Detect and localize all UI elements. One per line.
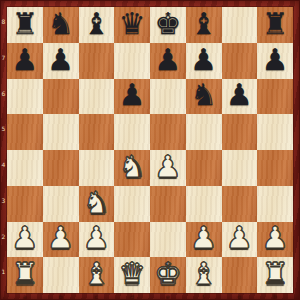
square-f6[interactable]: ♞	[186, 79, 222, 115]
chess-board: ♜♞♝♛♚♝♜♟♟♟♟♟♟♞♟♞♟♞♟♟♟♟♟♟♜♝♛♚♝♜	[7, 7, 293, 293]
white-pawn-icon: ♟	[154, 152, 181, 182]
square-e5[interactable]	[150, 114, 186, 150]
rank-label-3: 3	[0, 198, 7, 204]
white-bishop-icon: ♝	[190, 259, 217, 289]
white-pawn-icon: ♟	[47, 223, 74, 253]
square-g1[interactable]	[222, 257, 258, 293]
square-h8[interactable]: ♜	[257, 7, 293, 43]
black-bishop-icon: ♝	[190, 9, 217, 39]
black-pawn-icon: ♟	[47, 45, 74, 75]
black-bishop-icon: ♝	[83, 9, 110, 39]
square-f4[interactable]	[186, 150, 222, 186]
file-label-a: a	[7, 293, 43, 300]
square-g5[interactable]	[222, 114, 258, 150]
square-c2[interactable]: ♟	[79, 222, 115, 258]
square-f1[interactable]: ♝	[186, 257, 222, 293]
black-knight-icon: ♞	[190, 80, 217, 110]
rank-label-1: 1	[0, 269, 7, 275]
square-d1[interactable]: ♛	[114, 257, 150, 293]
square-h7[interactable]: ♟	[257, 43, 293, 79]
file-label-b: b	[43, 293, 79, 300]
square-h5[interactable]	[257, 114, 293, 150]
square-d2[interactable]	[114, 222, 150, 258]
white-king-icon: ♚	[154, 259, 181, 289]
black-queen-icon: ♛	[119, 9, 146, 39]
square-h1[interactable]: ♜	[257, 257, 293, 293]
square-a8[interactable]: ♜	[7, 7, 43, 43]
square-g3[interactable]	[222, 186, 258, 222]
file-label-f: f	[186, 293, 222, 300]
square-h4[interactable]	[257, 150, 293, 186]
square-a5[interactable]	[7, 114, 43, 150]
rank-label-7: 7	[0, 55, 7, 61]
file-label-e: e	[150, 293, 186, 300]
square-c5[interactable]	[79, 114, 115, 150]
white-rook-icon: ♜	[262, 259, 289, 289]
square-e4[interactable]: ♟	[150, 150, 186, 186]
square-g7[interactable]	[222, 43, 258, 79]
black-pawn-icon: ♟	[226, 80, 253, 110]
white-knight-icon: ♞	[83, 188, 110, 218]
square-e7[interactable]: ♟	[150, 43, 186, 79]
rank-label-8: 8	[0, 19, 7, 25]
square-a3[interactable]	[7, 186, 43, 222]
black-king-icon: ♚	[154, 9, 181, 39]
square-c6[interactable]	[79, 79, 115, 115]
square-e1[interactable]: ♚	[150, 257, 186, 293]
file-label-c: c	[79, 293, 115, 300]
square-b7[interactable]: ♟	[43, 43, 79, 79]
square-e2[interactable]	[150, 222, 186, 258]
black-pawn-icon: ♟	[11, 45, 38, 75]
square-g6[interactable]: ♟	[222, 79, 258, 115]
square-a1[interactable]: ♜	[7, 257, 43, 293]
square-a7[interactable]: ♟	[7, 43, 43, 79]
white-pawn-icon: ♟	[11, 223, 38, 253]
square-b6[interactable]	[43, 79, 79, 115]
square-d7[interactable]	[114, 43, 150, 79]
square-a2[interactable]: ♟	[7, 222, 43, 258]
rank-label-6: 6	[0, 91, 7, 97]
white-bishop-icon: ♝	[83, 259, 110, 289]
square-c4[interactable]	[79, 150, 115, 186]
square-d6[interactable]: ♟	[114, 79, 150, 115]
square-f3[interactable]	[186, 186, 222, 222]
square-d4[interactable]: ♞	[114, 150, 150, 186]
square-b4[interactable]	[43, 150, 79, 186]
square-f2[interactable]: ♟	[186, 222, 222, 258]
square-f7[interactable]: ♟	[186, 43, 222, 79]
square-g2[interactable]: ♟	[222, 222, 258, 258]
square-a4[interactable]	[7, 150, 43, 186]
square-b1[interactable]	[43, 257, 79, 293]
square-b8[interactable]: ♞	[43, 7, 79, 43]
square-d8[interactable]: ♛	[114, 7, 150, 43]
white-pawn-icon: ♟	[190, 223, 217, 253]
square-f8[interactable]: ♝	[186, 7, 222, 43]
square-c8[interactable]: ♝	[79, 7, 115, 43]
square-b2[interactable]: ♟	[43, 222, 79, 258]
white-pawn-icon: ♟	[226, 223, 253, 253]
file-label-h: h	[257, 293, 293, 300]
rank-label-5: 5	[0, 126, 7, 132]
file-label-g: g	[222, 293, 258, 300]
chess-board-frame: ♜♞♝♛♚♝♜♟♟♟♟♟♟♞♟♞♟♞♟♟♟♟♟♟♜♝♛♚♝♜ 87654321 …	[0, 0, 300, 300]
white-pawn-icon: ♟	[83, 223, 110, 253]
square-d5[interactable]	[114, 114, 150, 150]
black-knight-icon: ♞	[47, 9, 74, 39]
square-a6[interactable]	[7, 79, 43, 115]
square-e8[interactable]: ♚	[150, 7, 186, 43]
square-b5[interactable]	[43, 114, 79, 150]
black-pawn-icon: ♟	[190, 45, 217, 75]
square-d3[interactable]	[114, 186, 150, 222]
white-rook-icon: ♜	[11, 259, 38, 289]
white-knight-icon: ♞	[119, 152, 146, 182]
white-queen-icon: ♛	[119, 259, 146, 289]
square-c7[interactable]	[79, 43, 115, 79]
black-pawn-icon: ♟	[154, 45, 181, 75]
file-label-d: d	[114, 293, 150, 300]
square-c3[interactable]: ♞	[79, 186, 115, 222]
square-e3[interactable]	[150, 186, 186, 222]
square-h2[interactable]: ♟	[257, 222, 293, 258]
black-pawn-icon: ♟	[262, 45, 289, 75]
square-h3[interactable]	[257, 186, 293, 222]
black-rook-icon: ♜	[11, 9, 38, 39]
square-c1[interactable]: ♝	[79, 257, 115, 293]
square-g4[interactable]	[222, 150, 258, 186]
square-g8[interactable]	[222, 7, 258, 43]
white-pawn-icon: ♟	[262, 223, 289, 253]
rank-label-2: 2	[0, 234, 7, 240]
square-h6[interactable]	[257, 79, 293, 115]
black-rook-icon: ♜	[262, 9, 289, 39]
square-e6[interactable]	[150, 79, 186, 115]
square-f5[interactable]	[186, 114, 222, 150]
square-b3[interactable]	[43, 186, 79, 222]
rank-label-4: 4	[0, 162, 7, 168]
black-pawn-icon: ♟	[119, 80, 146, 110]
